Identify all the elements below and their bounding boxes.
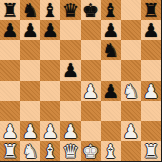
square-b7[interactable]: ♟ xyxy=(20,20,40,40)
square-a3[interactable] xyxy=(0,101,20,121)
square-e4[interactable]: ♟ xyxy=(81,81,101,101)
square-a7[interactable]: ♟ xyxy=(0,20,20,40)
square-g8[interactable] xyxy=(121,0,141,20)
white-bishop-piece[interactable]: ♝ xyxy=(102,140,119,160)
square-h4[interactable]: ♟ xyxy=(141,81,161,101)
square-e3[interactable] xyxy=(81,101,101,121)
chess-board: ♜♞♝♛♚♝♜♟♟♟♟♟♞♟♟♟♞♟♟♟♟♟♟♜♞♝♛♚♝♜ xyxy=(0,0,162,162)
white-pawn-piece[interactable]: ♟ xyxy=(82,80,99,100)
black-queen-piece[interactable]: ♛ xyxy=(62,0,79,20)
square-f4[interactable]: ♟ xyxy=(101,81,121,101)
square-h5[interactable] xyxy=(141,60,161,80)
white-knight-piece[interactable]: ♞ xyxy=(122,80,139,100)
square-e5[interactable] xyxy=(81,60,101,80)
square-c4[interactable] xyxy=(40,81,60,101)
black-knight-piece[interactable]: ♞ xyxy=(102,40,119,60)
white-knight-piece[interactable]: ♞ xyxy=(22,140,39,160)
white-pawn-piece[interactable]: ♟ xyxy=(142,80,159,100)
black-king-piece[interactable]: ♚ xyxy=(82,0,99,20)
square-c6[interactable] xyxy=(40,40,60,60)
square-e2[interactable] xyxy=(81,121,101,141)
board-grid: ♜♞♝♛♚♝♜♟♟♟♟♟♞♟♟♟♞♟♟♟♟♟♟♜♞♝♛♚♝♜ xyxy=(0,0,161,161)
white-pawn-piece[interactable]: ♟ xyxy=(122,120,139,140)
square-c3[interactable] xyxy=(40,101,60,121)
square-c2[interactable]: ♟ xyxy=(40,121,60,141)
square-d8[interactable]: ♛ xyxy=(60,0,80,20)
black-pawn-piece[interactable]: ♟ xyxy=(102,80,119,100)
square-h8[interactable]: ♜ xyxy=(141,0,161,20)
black-pawn-piece[interactable]: ♟ xyxy=(142,20,159,40)
square-h7[interactable]: ♟ xyxy=(141,20,161,40)
square-g1[interactable] xyxy=(121,141,141,161)
square-a2[interactable]: ♟ xyxy=(0,121,20,141)
square-d2[interactable]: ♟ xyxy=(60,121,80,141)
square-b8[interactable]: ♞ xyxy=(20,0,40,20)
white-pawn-piece[interactable]: ♟ xyxy=(62,120,79,140)
black-pawn-piece[interactable]: ♟ xyxy=(42,20,59,40)
square-b5[interactable] xyxy=(20,60,40,80)
black-rook-piece[interactable]: ♜ xyxy=(2,0,19,20)
square-g7[interactable] xyxy=(121,20,141,40)
square-c5[interactable] xyxy=(40,60,60,80)
square-f3[interactable] xyxy=(101,101,121,121)
square-f8[interactable]: ♝ xyxy=(101,0,121,20)
square-g6[interactable] xyxy=(121,40,141,60)
square-c8[interactable]: ♝ xyxy=(40,0,60,20)
square-f7[interactable]: ♟ xyxy=(101,20,121,40)
square-g4[interactable]: ♞ xyxy=(121,81,141,101)
square-b3[interactable] xyxy=(20,101,40,121)
square-a5[interactable] xyxy=(0,60,20,80)
black-pawn-piece[interactable]: ♟ xyxy=(102,20,119,40)
white-queen-piece[interactable]: ♛ xyxy=(62,140,79,160)
square-e7[interactable] xyxy=(81,20,101,40)
square-c7[interactable]: ♟ xyxy=(40,20,60,40)
square-d3[interactable] xyxy=(60,101,80,121)
black-knight-piece[interactable]: ♞ xyxy=(22,0,39,20)
square-a1[interactable]: ♜ xyxy=(0,141,20,161)
square-e1[interactable]: ♚ xyxy=(81,141,101,161)
black-pawn-piece[interactable]: ♟ xyxy=(62,60,79,80)
black-pawn-piece[interactable]: ♟ xyxy=(22,20,39,40)
square-b4[interactable] xyxy=(20,81,40,101)
black-pawn-piece[interactable]: ♟ xyxy=(2,20,19,40)
square-f2[interactable] xyxy=(101,121,121,141)
black-bishop-piece[interactable]: ♝ xyxy=(42,0,59,20)
white-king-piece[interactable]: ♚ xyxy=(82,140,99,160)
square-b1[interactable]: ♞ xyxy=(20,141,40,161)
square-a4[interactable] xyxy=(0,81,20,101)
square-h3[interactable] xyxy=(141,101,161,121)
square-d5[interactable]: ♟ xyxy=(60,60,80,80)
square-d1[interactable]: ♛ xyxy=(60,141,80,161)
black-rook-piece[interactable]: ♜ xyxy=(142,0,159,20)
square-b2[interactable]: ♟ xyxy=(20,121,40,141)
square-h1[interactable]: ♜ xyxy=(141,141,161,161)
square-f5[interactable] xyxy=(101,60,121,80)
square-h6[interactable] xyxy=(141,40,161,60)
square-g2[interactable]: ♟ xyxy=(121,121,141,141)
square-d4[interactable] xyxy=(60,81,80,101)
square-g3[interactable] xyxy=(121,101,141,121)
square-h2[interactable] xyxy=(141,121,161,141)
square-d6[interactable] xyxy=(60,40,80,60)
square-f1[interactable]: ♝ xyxy=(101,141,121,161)
white-bishop-piece[interactable]: ♝ xyxy=(42,140,59,160)
white-pawn-piece[interactable]: ♟ xyxy=(42,120,59,140)
square-a6[interactable] xyxy=(0,40,20,60)
white-rook-piece[interactable]: ♜ xyxy=(142,140,159,160)
square-e6[interactable] xyxy=(81,40,101,60)
square-d7[interactable] xyxy=(60,20,80,40)
white-rook-piece[interactable]: ♜ xyxy=(2,140,19,160)
square-b6[interactable] xyxy=(20,40,40,60)
square-c1[interactable]: ♝ xyxy=(40,141,60,161)
black-bishop-piece[interactable]: ♝ xyxy=(102,0,119,20)
square-e8[interactable]: ♚ xyxy=(81,0,101,20)
square-f6[interactable]: ♞ xyxy=(101,40,121,60)
white-pawn-piece[interactable]: ♟ xyxy=(22,120,39,140)
square-g5[interactable] xyxy=(121,60,141,80)
white-pawn-piece[interactable]: ♟ xyxy=(2,120,19,140)
square-a8[interactable]: ♜ xyxy=(0,0,20,20)
